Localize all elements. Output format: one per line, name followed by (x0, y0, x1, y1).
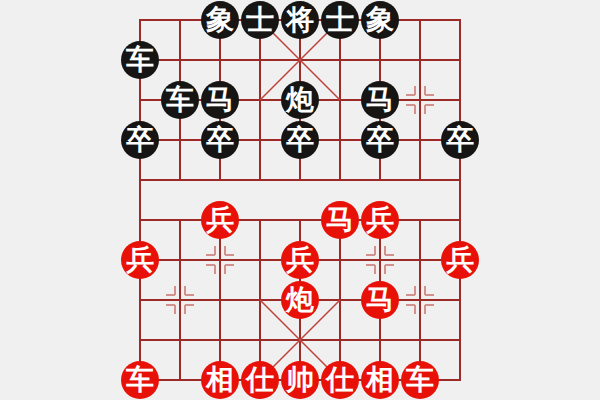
piece-black-horse[interactable]: 马 (361, 81, 399, 119)
piece-black-soldier[interactable]: 卒 (281, 121, 319, 159)
piece-black-chariot[interactable]: 车 (161, 81, 199, 119)
piece-black-cannon[interactable]: 炮 (281, 81, 319, 119)
piece-black-soldier[interactable]: 卒 (441, 121, 479, 159)
piece-black-soldier[interactable]: 卒 (201, 121, 239, 159)
piece-red-chariot[interactable]: 车 (401, 361, 439, 399)
piece-black-elephant[interactable]: 象 (201, 1, 239, 39)
piece-red-king[interactable]: 帅 (281, 361, 319, 399)
piece-black-soldier[interactable]: 卒 (121, 121, 159, 159)
piece-red-soldier[interactable]: 兵 (441, 241, 479, 279)
piece-black-chariot[interactable]: 车 (121, 41, 159, 79)
piece-black-advisor[interactable]: 士 (241, 1, 279, 39)
piece-red-elephant[interactable]: 相 (201, 361, 239, 399)
piece-layer: 象士将士象车车马炮马卒卒卒卒卒兵马兵兵兵兵炮马车相仕帅仕相车 (120, 0, 480, 400)
piece-red-advisor[interactable]: 仕 (321, 361, 359, 399)
piece-black-elephant[interactable]: 象 (361, 1, 399, 39)
piece-black-horse[interactable]: 马 (201, 81, 239, 119)
piece-red-soldier[interactable]: 兵 (121, 241, 159, 279)
piece-red-cannon[interactable]: 炮 (281, 281, 319, 319)
piece-black-soldier[interactable]: 卒 (361, 121, 399, 159)
piece-red-soldier[interactable]: 兵 (201, 201, 239, 239)
piece-black-advisor[interactable]: 士 (321, 1, 359, 39)
piece-red-soldier[interactable]: 兵 (281, 241, 319, 279)
piece-red-advisor[interactable]: 仕 (241, 361, 279, 399)
piece-black-king[interactable]: 将 (281, 1, 319, 39)
xiangqi-screen: 象士将士象车车马炮马卒卒卒卒卒兵马兵兵兵兵炮马车相仕帅仕相车 (0, 0, 600, 400)
piece-red-elephant[interactable]: 相 (361, 361, 399, 399)
piece-red-chariot[interactable]: 车 (121, 361, 159, 399)
piece-red-horse[interactable]: 马 (361, 281, 399, 319)
piece-red-horse[interactable]: 马 (321, 201, 359, 239)
piece-red-soldier[interactable]: 兵 (361, 201, 399, 239)
